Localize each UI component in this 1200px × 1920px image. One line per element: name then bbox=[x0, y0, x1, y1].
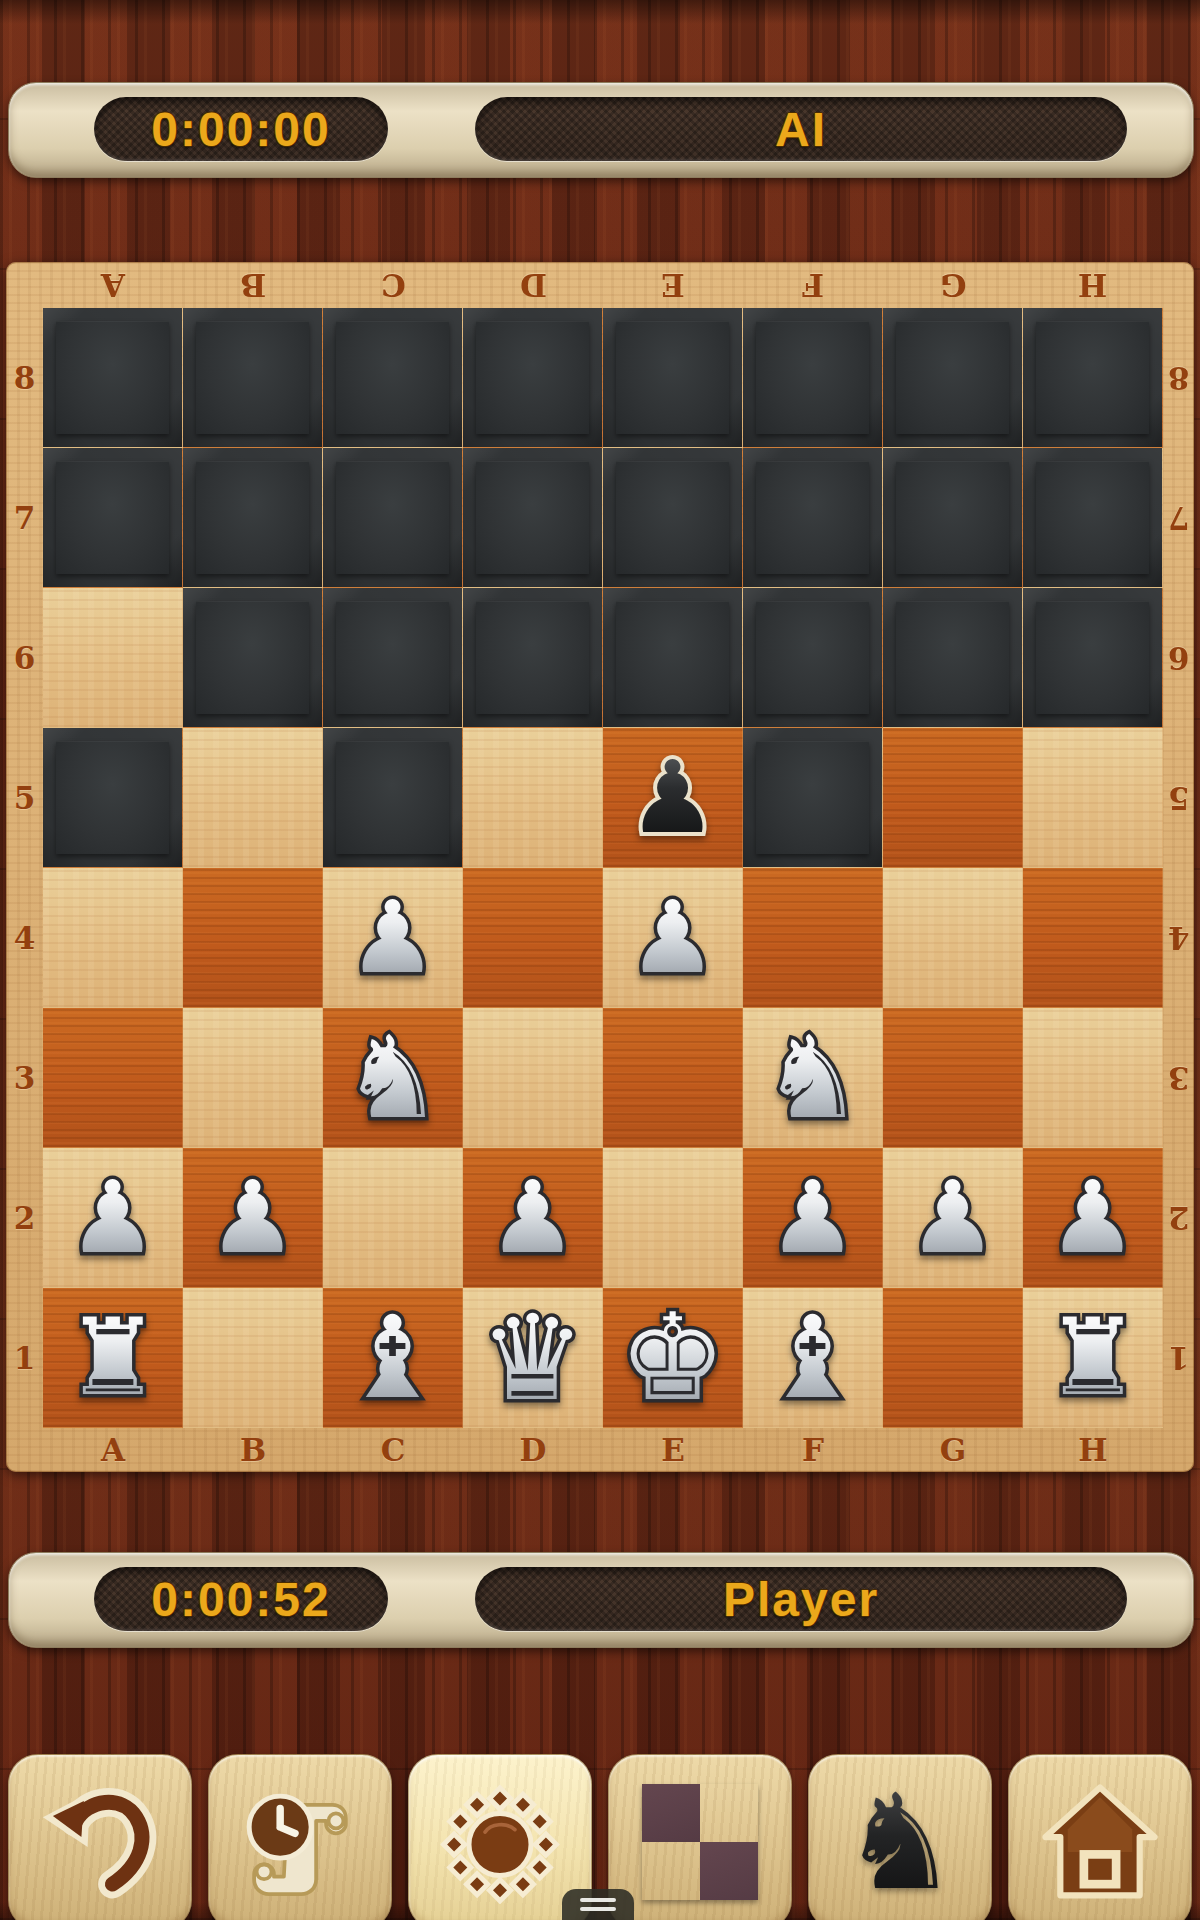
rank-label-4: 4 bbox=[14, 920, 36, 956]
fog-tile bbox=[183, 588, 322, 727]
white-knight[interactable]: ♞♞ bbox=[743, 1008, 882, 1147]
square-h5[interactable] bbox=[1023, 728, 1163, 868]
fog-tile-face bbox=[756, 321, 869, 434]
file-labels-bottom: ABCDEFGH bbox=[6, 1428, 1194, 1472]
piece-glyph: ♟ bbox=[208, 1168, 298, 1268]
rank-label-7: 7 bbox=[1168, 500, 1190, 536]
piece-glyph: ♚ bbox=[619, 1298, 727, 1418]
fog-tile bbox=[1023, 308, 1162, 447]
undo-arrow-icon bbox=[38, 1780, 162, 1904]
square-a5[interactable] bbox=[43, 728, 183, 868]
square-f5[interactable] bbox=[743, 728, 883, 868]
square-e5[interactable]: ♟♟ bbox=[603, 728, 743, 868]
file-label-cell: H bbox=[1023, 267, 1163, 303]
rank-label-cell: 4 bbox=[1163, 868, 1194, 1008]
file-label-cell: D bbox=[463, 267, 603, 303]
ai-name-display: AI bbox=[475, 97, 1127, 161]
fog-tile-face bbox=[616, 321, 729, 434]
rank-label-cell: 4 bbox=[6, 868, 43, 1008]
square-b3[interactable] bbox=[183, 1008, 323, 1148]
piece-glyph: ♟ bbox=[908, 1168, 998, 1268]
piece-glyph: ♟ bbox=[348, 888, 438, 988]
file-label-cell: F bbox=[743, 267, 883, 303]
chess-board[interactable]: ♟♟♟♟♟♟♞♞♞♞♟♟♟♟♟♟♟♟♟♟♟♟♜♜♝♝♛♛♚♚♝♝♜♜ bbox=[43, 308, 1163, 1428]
fog-tile-face bbox=[756, 741, 869, 854]
file-label-cell: C bbox=[323, 1432, 463, 1468]
menu-handle[interactable] bbox=[562, 1889, 634, 1920]
fog-tile-face bbox=[1036, 321, 1149, 434]
rank-label-8: 8 bbox=[1168, 360, 1190, 396]
square-c7[interactable] bbox=[323, 448, 463, 588]
file-label-g: G bbox=[940, 267, 966, 303]
piece-glyph: ♟ bbox=[628, 748, 718, 848]
ai-timer-display: 0:00:00 bbox=[94, 97, 388, 161]
square-d8[interactable] bbox=[463, 308, 603, 448]
rank-label-4: 4 bbox=[1168, 920, 1190, 956]
file-label-e: E bbox=[661, 1432, 685, 1468]
fog-tile bbox=[463, 448, 602, 587]
square-f3[interactable]: ♞♞ bbox=[743, 1008, 883, 1148]
square-e1[interactable]: ♚♚ bbox=[603, 1288, 743, 1428]
fog-tile bbox=[603, 448, 742, 587]
square-c4[interactable]: ♟♟ bbox=[323, 868, 463, 1008]
home-button[interactable] bbox=[1008, 1754, 1192, 1920]
square-g6[interactable] bbox=[883, 588, 1023, 728]
file-label-d: D bbox=[520, 267, 547, 303]
file-label-b: B bbox=[240, 1432, 266, 1468]
square-b1[interactable] bbox=[183, 1288, 323, 1428]
rank-label-cell: 1 bbox=[6, 1288, 43, 1428]
square-a8[interactable] bbox=[43, 308, 183, 448]
file-label-h: H bbox=[1078, 1432, 1107, 1468]
square-e8[interactable] bbox=[603, 308, 743, 448]
square-h2[interactable]: ♟♟ bbox=[1023, 1148, 1163, 1288]
checkerboard-icon bbox=[642, 1784, 758, 1900]
fog-tile bbox=[183, 448, 322, 587]
square-h7[interactable] bbox=[1023, 448, 1163, 588]
piece-glyph: ♞ bbox=[761, 1021, 863, 1135]
piece-glyph: ♟ bbox=[68, 1168, 158, 1268]
white-rook[interactable]: ♜♜ bbox=[43, 1288, 182, 1427]
rank-label-cell: 2 bbox=[1163, 1148, 1194, 1288]
rank-label-cell: 8 bbox=[1163, 308, 1194, 448]
scroll-clock-icon bbox=[238, 1780, 362, 1904]
piece-glyph: ♟ bbox=[488, 1168, 578, 1268]
square-b5[interactable] bbox=[183, 728, 323, 868]
checker-light-cell bbox=[642, 1842, 700, 1900]
square-f6[interactable] bbox=[743, 588, 883, 728]
piece-glyph: ♜ bbox=[65, 1305, 160, 1411]
fog-tile bbox=[463, 308, 602, 447]
rank-label-cell: 1 bbox=[1163, 1288, 1194, 1428]
fog-tile bbox=[743, 308, 882, 447]
square-d4[interactable] bbox=[463, 868, 603, 1008]
square-h6[interactable] bbox=[1023, 588, 1163, 728]
square-b7[interactable] bbox=[183, 448, 323, 588]
rank-label-cell: 7 bbox=[1163, 448, 1194, 588]
ai-timer-value: 0:00:00 bbox=[151, 102, 330, 157]
black-knight-icon: ♞ bbox=[841, 1776, 959, 1908]
square-c8[interactable] bbox=[323, 308, 463, 448]
rank-label-6: 6 bbox=[1168, 640, 1190, 676]
file-label-cell: F bbox=[743, 1432, 883, 1468]
file-label-e: E bbox=[661, 267, 685, 303]
fog-tile-face bbox=[336, 461, 449, 574]
white-pawn[interactable]: ♟♟ bbox=[183, 1148, 322, 1287]
square-f1[interactable]: ♝♝ bbox=[743, 1288, 883, 1428]
rank-label-6: 6 bbox=[14, 640, 36, 676]
fog-tile bbox=[323, 588, 462, 727]
file-label-d: D bbox=[520, 1432, 547, 1468]
fog-tile bbox=[323, 728, 462, 867]
piece-glyph: ♝ bbox=[341, 1301, 443, 1415]
fog-tile-face bbox=[336, 741, 449, 854]
fog-tile bbox=[743, 588, 882, 727]
menu-handle-bar bbox=[580, 1898, 616, 1902]
fog-tile-face bbox=[476, 321, 589, 434]
rank-label-cell: 3 bbox=[1163, 1008, 1194, 1148]
fog-tile bbox=[463, 588, 602, 727]
square-a7[interactable] bbox=[43, 448, 183, 588]
white-bishop[interactable]: ♝♝ bbox=[323, 1288, 462, 1427]
fog-tile-face bbox=[56, 461, 169, 574]
fog-tile bbox=[43, 448, 182, 587]
square-h8[interactable] bbox=[1023, 308, 1163, 448]
square-a4[interactable] bbox=[43, 868, 183, 1008]
square-c5[interactable] bbox=[323, 728, 463, 868]
square-g3[interactable] bbox=[883, 1008, 1023, 1148]
fog-tile bbox=[743, 448, 882, 587]
fog-tile bbox=[323, 448, 462, 587]
chess-board-panel: ABCDEFGH 87654321 ♟♟♟♟♟♟♞♞♞♞♟♟♟♟♟♟♟♟♟♟♟♟… bbox=[6, 262, 1194, 1472]
file-label-h: H bbox=[1078, 267, 1107, 303]
fog-tile bbox=[743, 728, 882, 867]
rank-label-cell: 6 bbox=[6, 588, 43, 728]
square-b8[interactable] bbox=[183, 308, 323, 448]
square-e4[interactable]: ♟♟ bbox=[603, 868, 743, 1008]
piece-glyph: ♛ bbox=[480, 1299, 586, 1417]
square-g5[interactable] bbox=[883, 728, 1023, 868]
square-g4[interactable] bbox=[883, 868, 1023, 1008]
white-pawn[interactable]: ♟♟ bbox=[463, 1148, 602, 1287]
home-icon bbox=[1038, 1780, 1162, 1904]
piece-glyph: ♞ bbox=[341, 1021, 443, 1135]
file-label-f: F bbox=[802, 1432, 824, 1468]
square-f7[interactable] bbox=[743, 448, 883, 588]
file-label-cell: A bbox=[43, 1432, 183, 1468]
rank-label-3: 3 bbox=[1168, 1060, 1190, 1096]
file-labels-top: ABCDEFGH bbox=[6, 262, 1194, 308]
fog-tile-face bbox=[336, 321, 449, 434]
rank-label-7: 7 bbox=[14, 500, 36, 536]
square-d1[interactable]: ♛♛ bbox=[463, 1288, 603, 1428]
sun-gear-icon bbox=[438, 1780, 562, 1904]
white-pawn[interactable]: ♟♟ bbox=[1023, 1148, 1162, 1287]
fog-tile-face bbox=[896, 601, 1009, 714]
fog-tile-face bbox=[896, 461, 1009, 574]
move-history-button[interactable] bbox=[208, 1754, 392, 1920]
rank-label-5: 5 bbox=[1168, 780, 1190, 816]
piece-set-button[interactable]: ♞ bbox=[808, 1754, 992, 1920]
player-clock-bar: 0:00:52 Player bbox=[8, 1552, 1194, 1648]
fog-tile bbox=[1023, 588, 1162, 727]
file-label-a: A bbox=[101, 267, 125, 303]
file-label-cell: G bbox=[883, 1432, 1023, 1468]
square-c1[interactable]: ♝♝ bbox=[323, 1288, 463, 1428]
file-label-g: G bbox=[940, 1432, 966, 1468]
square-c2[interactable] bbox=[323, 1148, 463, 1288]
rank-label-cell: 6 bbox=[1163, 588, 1194, 728]
square-h1[interactable]: ♜♜ bbox=[1023, 1288, 1163, 1428]
square-g1[interactable] bbox=[883, 1288, 1023, 1428]
file-label-cell: B bbox=[183, 267, 323, 303]
square-b2[interactable]: ♟♟ bbox=[183, 1148, 323, 1288]
menu-handle-bar bbox=[580, 1907, 616, 1911]
white-pawn[interactable]: ♟♟ bbox=[43, 1148, 182, 1287]
file-label-b: B bbox=[240, 267, 266, 303]
white-rook[interactable]: ♜♜ bbox=[1023, 1288, 1162, 1427]
fog-tile-face bbox=[616, 601, 729, 714]
file-label-cell: G bbox=[883, 267, 1023, 303]
file-label-cell: D bbox=[463, 1432, 603, 1468]
fog-tile bbox=[883, 588, 1022, 727]
checker-light-cell bbox=[700, 1784, 758, 1842]
square-e6[interactable] bbox=[603, 588, 743, 728]
fog-tile bbox=[183, 308, 322, 447]
white-knight[interactable]: ♞♞ bbox=[323, 1008, 462, 1147]
square-h4[interactable] bbox=[1023, 868, 1163, 1008]
fog-tile bbox=[323, 308, 462, 447]
square-f4[interactable] bbox=[743, 868, 883, 1008]
file-label-f: F bbox=[802, 267, 824, 303]
file-label-cell: E bbox=[603, 1432, 743, 1468]
square-a6[interactable] bbox=[43, 588, 183, 728]
board-theme-button[interactable] bbox=[608, 1754, 792, 1920]
white-pawn[interactable]: ♟♟ bbox=[743, 1148, 882, 1287]
fog-tile bbox=[43, 728, 182, 867]
square-d6[interactable] bbox=[463, 588, 603, 728]
fog-tile-face bbox=[336, 601, 449, 714]
square-d2[interactable]: ♟♟ bbox=[463, 1148, 603, 1288]
piece-glyph: ♜ bbox=[1045, 1305, 1140, 1411]
fog-tile-face bbox=[756, 601, 869, 714]
square-g7[interactable] bbox=[883, 448, 1023, 588]
fog-tile bbox=[1023, 448, 1162, 587]
file-label-c: C bbox=[381, 267, 406, 303]
fog-tile-face bbox=[1036, 461, 1149, 574]
black-pawn[interactable]: ♟♟ bbox=[603, 728, 742, 867]
rank-labels-left: 87654321 bbox=[6, 308, 43, 1428]
white-bishop[interactable]: ♝♝ bbox=[743, 1288, 882, 1427]
rank-labels-right: 87654321 bbox=[1163, 308, 1194, 1428]
square-e2[interactable] bbox=[603, 1148, 743, 1288]
square-d7[interactable] bbox=[463, 448, 603, 588]
fog-tile-face bbox=[756, 461, 869, 574]
fog-tile bbox=[883, 308, 1022, 447]
piece-glyph: ♝ bbox=[761, 1301, 863, 1415]
file-label-cell: C bbox=[323, 267, 463, 303]
square-b4[interactable] bbox=[183, 868, 323, 1008]
white-pawn[interactable]: ♟♟ bbox=[883, 1148, 1022, 1287]
piece-glyph: ♟ bbox=[1048, 1168, 1138, 1268]
fog-tile-face bbox=[476, 461, 589, 574]
rank-label-cell: 7 bbox=[6, 448, 43, 588]
fog-tile-face bbox=[56, 321, 169, 434]
rank-label-2: 2 bbox=[14, 1200, 36, 1236]
square-h3[interactable] bbox=[1023, 1008, 1163, 1148]
fog-tile-face bbox=[616, 461, 729, 574]
square-c3[interactable]: ♞♞ bbox=[323, 1008, 463, 1148]
ai-name-label: AI bbox=[775, 102, 827, 157]
fog-tile bbox=[603, 588, 742, 727]
square-c6[interactable] bbox=[323, 588, 463, 728]
fog-tile-face bbox=[476, 601, 589, 714]
fog-tile-face bbox=[196, 601, 309, 714]
fog-tile-face bbox=[196, 321, 309, 434]
square-a2[interactable]: ♟♟ bbox=[43, 1148, 183, 1288]
undo-button[interactable] bbox=[8, 1754, 192, 1920]
fog-tile-face bbox=[196, 461, 309, 574]
piece-glyph: ♟ bbox=[628, 888, 718, 988]
square-e3[interactable] bbox=[603, 1008, 743, 1148]
square-f2[interactable]: ♟♟ bbox=[743, 1148, 883, 1288]
rank-label-cell: 8 bbox=[6, 308, 43, 448]
fog-tile-face bbox=[896, 321, 1009, 434]
square-g8[interactable] bbox=[883, 308, 1023, 448]
square-a3[interactable] bbox=[43, 1008, 183, 1148]
rank-label-1: 1 bbox=[14, 1340, 36, 1376]
rank-label-cell: 5 bbox=[6, 728, 43, 868]
fog-tile bbox=[43, 308, 182, 447]
ai-clock-bar: 0:00:00 AI bbox=[8, 82, 1194, 178]
white-king[interactable]: ♚♚ bbox=[603, 1288, 742, 1427]
rank-label-3: 3 bbox=[14, 1060, 36, 1096]
square-a1[interactable]: ♜♜ bbox=[43, 1288, 183, 1428]
white-pawn[interactable]: ♟♟ bbox=[603, 868, 742, 1007]
player-name-label: Player bbox=[723, 1572, 879, 1627]
square-d5[interactable] bbox=[463, 728, 603, 868]
rank-label-1: 1 bbox=[1168, 1340, 1190, 1376]
rank-label-2: 2 bbox=[1168, 1200, 1190, 1236]
white-queen[interactable]: ♛♛ bbox=[463, 1288, 602, 1427]
fog-tile bbox=[883, 448, 1022, 587]
checker-dark-cell bbox=[642, 1784, 700, 1842]
rank-label-5: 5 bbox=[14, 780, 36, 816]
rank-label-8: 8 bbox=[14, 360, 36, 396]
square-f8[interactable] bbox=[743, 308, 883, 448]
player-timer-display: 0:00:52 bbox=[94, 1567, 388, 1631]
file-label-cell: E bbox=[603, 267, 743, 303]
fog-tile-face bbox=[1036, 601, 1149, 714]
file-label-a: A bbox=[101, 1432, 125, 1468]
square-b6[interactable] bbox=[183, 588, 323, 728]
piece-glyph: ♟ bbox=[768, 1168, 858, 1268]
file-label-cell: B bbox=[183, 1432, 323, 1468]
file-label-c: C bbox=[381, 1432, 406, 1468]
square-e7[interactable] bbox=[603, 448, 743, 588]
white-pawn[interactable]: ♟♟ bbox=[323, 868, 462, 1007]
rank-label-cell: 2 bbox=[6, 1148, 43, 1288]
square-g2[interactable]: ♟♟ bbox=[883, 1148, 1023, 1288]
fog-tile-face bbox=[56, 741, 169, 854]
checker-dark-cell bbox=[700, 1842, 758, 1900]
player-name-display: Player bbox=[475, 1567, 1127, 1631]
square-d3[interactable] bbox=[463, 1008, 603, 1148]
file-label-cell: H bbox=[1023, 1432, 1163, 1468]
player-timer-value: 0:00:52 bbox=[151, 1572, 330, 1627]
rank-label-cell: 5 bbox=[1163, 728, 1194, 868]
rank-label-cell: 3 bbox=[6, 1008, 43, 1148]
file-label-cell: A bbox=[43, 267, 183, 303]
fog-tile bbox=[603, 308, 742, 447]
